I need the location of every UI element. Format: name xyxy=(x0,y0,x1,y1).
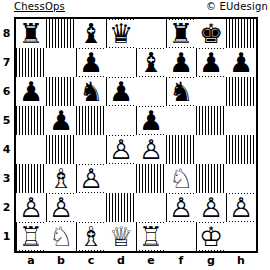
square-f6[interactable]: ♞ xyxy=(166,77,196,106)
black-pawn-piece: ♟ xyxy=(18,78,44,105)
square-e2[interactable] xyxy=(136,193,166,222)
file-label-h: h xyxy=(226,254,256,268)
square-c1[interactable]: ♗ xyxy=(76,222,106,251)
square-d8[interactable]: ♛ xyxy=(106,19,136,48)
square-b5[interactable]: ♟ xyxy=(46,106,76,135)
square-g2[interactable]: ♙ xyxy=(196,193,226,222)
square-b3[interactable]: ♗ xyxy=(46,164,76,193)
square-d1[interactable]: ♕ xyxy=(106,222,136,251)
black-pawn-piece: ♟ xyxy=(108,78,134,105)
rank-labels: 87654321 xyxy=(0,19,13,251)
square-f2[interactable]: ♙ xyxy=(166,193,196,222)
white-pawn-piece: ♙ xyxy=(168,194,194,221)
square-a1[interactable]: ♖ xyxy=(16,222,46,251)
square-g6[interactable] xyxy=(196,77,226,106)
square-c8[interactable]: ♝ xyxy=(76,19,106,48)
square-g1[interactable]: ♔ xyxy=(196,222,226,251)
file-label-d: d xyxy=(106,254,136,268)
file-labels: abcdefgh xyxy=(16,254,256,268)
square-e8[interactable] xyxy=(136,19,166,48)
square-b4[interactable] xyxy=(46,135,76,164)
square-a4[interactable] xyxy=(16,135,46,164)
rank-label-6: 6 xyxy=(0,77,13,106)
white-pawn-piece: ♙ xyxy=(198,194,224,221)
square-d6[interactable]: ♟ xyxy=(106,77,136,106)
square-g3[interactable] xyxy=(196,164,226,193)
square-h3[interactable] xyxy=(226,164,256,193)
square-f4[interactable] xyxy=(166,135,196,164)
black-queen-piece: ♛ xyxy=(108,20,134,47)
black-pawn-piece: ♟ xyxy=(48,107,74,134)
square-b8[interactable] xyxy=(46,19,76,48)
square-d7[interactable] xyxy=(106,48,136,77)
rank-label-4: 4 xyxy=(0,135,13,164)
white-king-piece: ♔ xyxy=(198,223,224,250)
rank-label-2: 2 xyxy=(0,193,13,222)
square-c6[interactable]: ♞ xyxy=(76,77,106,106)
white-pawn-piece: ♙ xyxy=(228,194,254,221)
square-c5[interactable] xyxy=(76,106,106,135)
white-pawn-piece: ♙ xyxy=(18,194,44,221)
chessops-window: ChessOps © EUdesign 87654321 ♜♝♛♜♚♟♝♟♟♟♟… xyxy=(0,0,270,270)
white-knight-piece: ♘ xyxy=(168,165,194,192)
square-a5[interactable] xyxy=(16,106,46,135)
black-knight-piece: ♞ xyxy=(168,78,194,105)
white-pawn-piece: ♙ xyxy=(108,136,134,163)
square-h8[interactable] xyxy=(226,19,256,48)
square-a3[interactable] xyxy=(16,164,46,193)
square-h2[interactable]: ♙ xyxy=(226,193,256,222)
square-e4[interactable]: ♙ xyxy=(136,135,166,164)
chess-board: ♜♝♛♜♚♟♝♟♟♟♟♞♟♞♟♟♙♙♗♙♘♙♙♙♙♙♖♘♗♕♖♔ xyxy=(14,17,258,253)
square-h7[interactable]: ♟ xyxy=(226,48,256,77)
rank-label-5: 5 xyxy=(0,106,13,135)
square-b7[interactable] xyxy=(46,48,76,77)
square-c2[interactable] xyxy=(76,193,106,222)
square-c4[interactable] xyxy=(76,135,106,164)
black-pawn-piece: ♟ xyxy=(78,49,104,76)
square-g7[interactable]: ♟ xyxy=(196,48,226,77)
square-f1[interactable] xyxy=(166,222,196,251)
white-bishop-piece: ♗ xyxy=(48,165,74,192)
black-pawn-piece: ♟ xyxy=(198,49,224,76)
black-bishop-piece: ♝ xyxy=(138,49,164,76)
rank-label-3: 3 xyxy=(0,164,13,193)
black-rook-piece: ♜ xyxy=(18,20,44,47)
square-h6[interactable] xyxy=(226,77,256,106)
square-h5[interactable] xyxy=(226,106,256,135)
rank-label-1: 1 xyxy=(0,222,13,251)
square-d2[interactable] xyxy=(106,193,136,222)
white-rook-piece: ♖ xyxy=(18,223,44,250)
square-f5[interactable] xyxy=(166,106,196,135)
rank-label-8: 8 xyxy=(0,19,13,48)
file-label-b: b xyxy=(46,254,76,268)
square-e3[interactable] xyxy=(136,164,166,193)
white-queen-piece: ♕ xyxy=(108,223,134,250)
file-label-a: a xyxy=(16,254,46,268)
square-d3[interactable] xyxy=(106,164,136,193)
square-d4[interactable]: ♙ xyxy=(106,135,136,164)
black-pawn-piece: ♟ xyxy=(138,107,164,134)
square-c7[interactable]: ♟ xyxy=(76,48,106,77)
square-g5[interactable] xyxy=(196,106,226,135)
black-knight-piece: ♞ xyxy=(78,78,104,105)
file-label-c: c xyxy=(76,254,106,268)
square-f3[interactable]: ♘ xyxy=(166,164,196,193)
square-e6[interactable] xyxy=(136,77,166,106)
white-pawn-piece: ♙ xyxy=(78,165,104,192)
square-d5[interactable] xyxy=(106,106,136,135)
square-a8[interactable]: ♜ xyxy=(16,19,46,48)
black-pawn-piece: ♟ xyxy=(168,49,194,76)
square-b6[interactable] xyxy=(46,77,76,106)
square-g4[interactable] xyxy=(196,135,226,164)
white-knight-piece: ♘ xyxy=(48,223,74,250)
square-b1[interactable]: ♘ xyxy=(46,222,76,251)
square-e5[interactable]: ♟ xyxy=(136,106,166,135)
square-g8[interactable]: ♚ xyxy=(196,19,226,48)
square-a2[interactable]: ♙ xyxy=(16,193,46,222)
black-king-piece: ♚ xyxy=(198,20,224,47)
square-h1[interactable] xyxy=(226,222,256,251)
square-b2[interactable]: ♙ xyxy=(46,193,76,222)
file-label-e: e xyxy=(136,254,166,268)
app-title-link[interactable]: ChessOps xyxy=(14,1,65,13)
file-label-f: f xyxy=(166,254,196,268)
square-a6[interactable]: ♟ xyxy=(16,77,46,106)
square-a7[interactable] xyxy=(16,48,46,77)
black-bishop-piece: ♝ xyxy=(78,20,104,47)
file-label-g: g xyxy=(196,254,226,268)
credit-text: © EUdesign xyxy=(206,1,268,13)
rank-label-7: 7 xyxy=(0,48,13,77)
white-pawn-piece: ♙ xyxy=(138,136,164,163)
square-f7[interactable]: ♟ xyxy=(166,48,196,77)
square-f8[interactable]: ♜ xyxy=(166,19,196,48)
white-pawn-piece: ♙ xyxy=(48,194,74,221)
square-c3[interactable]: ♙ xyxy=(76,164,106,193)
white-bishop-piece: ♗ xyxy=(78,223,104,250)
black-rook-piece: ♜ xyxy=(168,20,194,47)
square-e1[interactable]: ♖ xyxy=(136,222,166,251)
square-e7[interactable]: ♝ xyxy=(136,48,166,77)
white-rook-piece: ♖ xyxy=(138,223,164,250)
black-pawn-piece: ♟ xyxy=(228,49,254,76)
square-h4[interactable] xyxy=(226,135,256,164)
